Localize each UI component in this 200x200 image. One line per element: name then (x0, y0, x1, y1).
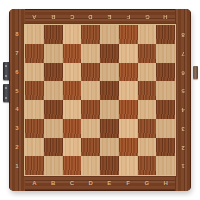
square-g6[interactable] (138, 63, 157, 82)
square-e3[interactable] (100, 119, 119, 138)
file-label-b: B (44, 9, 63, 25)
square-g3[interactable] (138, 119, 157, 138)
file-label-d: D (81, 9, 100, 25)
square-f8[interactable] (119, 25, 138, 44)
file-labels-bottom: ABCDEFGH (25, 175, 175, 191)
chess-board: ABCDEFGH ABCDEFGH 87654321 87654321 (9, 9, 191, 191)
square-b3[interactable] (44, 119, 63, 138)
file-labels-top: ABCDEFGH (25, 9, 175, 25)
square-h1[interactable] (156, 156, 175, 175)
square-b5[interactable] (44, 81, 63, 100)
square-d6[interactable] (81, 63, 100, 82)
square-e7[interactable] (100, 44, 119, 63)
square-e2[interactable] (100, 138, 119, 157)
square-e4[interactable] (100, 100, 119, 119)
rank-label-3: 3 (175, 119, 191, 138)
square-c7[interactable] (63, 44, 82, 63)
square-g1[interactable] (138, 156, 157, 175)
square-h4[interactable] (156, 100, 175, 119)
file-label-e: E (100, 9, 119, 25)
file-label-d: D (81, 175, 100, 191)
square-f6[interactable] (119, 63, 138, 82)
rank-label-4: 4 (9, 100, 25, 119)
product-photo-scene: ABCDEFGH ABCDEFGH 87654321 87654321 (0, 0, 200, 200)
square-g2[interactable] (138, 138, 157, 157)
square-b4[interactable] (44, 100, 63, 119)
square-a5[interactable] (25, 81, 44, 100)
square-b2[interactable] (44, 138, 63, 157)
square-b6[interactable] (44, 63, 63, 82)
file-label-f: F (119, 9, 138, 25)
square-f5[interactable] (119, 81, 138, 100)
square-c6[interactable] (63, 63, 82, 82)
rank-labels-left: 87654321 (9, 25, 25, 175)
square-h5[interactable] (156, 81, 175, 100)
square-c1[interactable] (63, 156, 82, 175)
square-c8[interactable] (63, 25, 82, 44)
square-e1[interactable] (100, 156, 119, 175)
playing-field (25, 25, 175, 175)
file-label-h: H (156, 175, 175, 191)
square-a7[interactable] (25, 44, 44, 63)
file-label-g: G (138, 9, 157, 25)
square-g8[interactable] (138, 25, 157, 44)
file-label-a: A (25, 175, 44, 191)
left-hinge-bottom (3, 84, 10, 102)
square-g4[interactable] (138, 100, 157, 119)
square-h7[interactable] (156, 44, 175, 63)
file-label-a: A (25, 9, 44, 25)
square-a1[interactable] (25, 156, 44, 175)
square-f4[interactable] (119, 100, 138, 119)
file-label-c: C (63, 9, 82, 25)
rank-label-6: 6 (175, 63, 191, 82)
square-f1[interactable] (119, 156, 138, 175)
square-a4[interactable] (25, 100, 44, 119)
rank-label-1: 1 (9, 156, 25, 175)
square-a6[interactable] (25, 63, 44, 82)
rank-label-7: 7 (175, 44, 191, 63)
file-label-e: E (100, 175, 119, 191)
square-g7[interactable] (138, 44, 157, 63)
square-e8[interactable] (100, 25, 119, 44)
square-d8[interactable] (81, 25, 100, 44)
square-e5[interactable] (100, 81, 119, 100)
square-f2[interactable] (119, 138, 138, 157)
square-a2[interactable] (25, 138, 44, 157)
square-d1[interactable] (81, 156, 100, 175)
rank-label-5: 5 (9, 81, 25, 100)
rank-label-8: 8 (175, 25, 191, 44)
rank-label-8: 8 (9, 25, 25, 44)
rank-label-2: 2 (9, 138, 25, 157)
rank-label-3: 3 (9, 119, 25, 138)
square-d3[interactable] (81, 119, 100, 138)
square-h2[interactable] (156, 138, 175, 157)
square-h3[interactable] (156, 119, 175, 138)
square-c4[interactable] (63, 100, 82, 119)
square-c2[interactable] (63, 138, 82, 157)
file-label-h: H (156, 9, 175, 25)
right-clasp (193, 66, 198, 79)
square-f7[interactable] (119, 44, 138, 63)
square-d4[interactable] (81, 100, 100, 119)
file-label-c: C (63, 175, 82, 191)
square-c3[interactable] (63, 119, 82, 138)
file-label-b: B (44, 175, 63, 191)
square-h8[interactable] (156, 25, 175, 44)
square-d2[interactable] (81, 138, 100, 157)
file-label-g: G (138, 175, 157, 191)
rank-label-7: 7 (9, 44, 25, 63)
left-hinge-top (3, 62, 10, 80)
square-b1[interactable] (44, 156, 63, 175)
square-g5[interactable] (138, 81, 157, 100)
rank-label-6: 6 (9, 63, 25, 82)
square-a8[interactable] (25, 25, 44, 44)
square-b7[interactable] (44, 44, 63, 63)
rank-labels-right: 87654321 (175, 25, 191, 175)
file-label-f: F (119, 175, 138, 191)
square-d5[interactable] (81, 81, 100, 100)
square-b8[interactable] (44, 25, 63, 44)
square-e6[interactable] (100, 63, 119, 82)
square-f3[interactable] (119, 119, 138, 138)
rank-label-4: 4 (175, 100, 191, 119)
square-h6[interactable] (156, 63, 175, 82)
rank-label-2: 2 (175, 138, 191, 157)
square-c5[interactable] (63, 81, 82, 100)
square-a3[interactable] (25, 119, 44, 138)
square-d7[interactable] (81, 44, 100, 63)
rank-label-5: 5 (175, 81, 191, 100)
rank-label-1: 1 (175, 156, 191, 175)
